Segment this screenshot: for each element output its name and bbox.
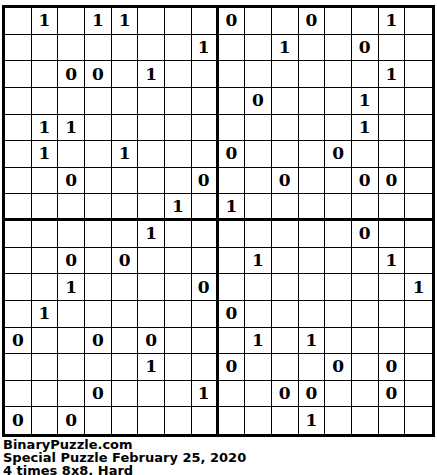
cell-r5c14: 1 [352, 115, 379, 142]
cell-r3c2[interactable] [32, 61, 59, 88]
cell-r13c10: 1 [245, 328, 272, 355]
cell-r15c8: 1 [192, 381, 219, 408]
cell-r4c14: 1 [352, 88, 379, 115]
cell-r14c10[interactable] [245, 354, 272, 381]
cell-r10c11[interactable] [272, 248, 299, 275]
cell-r16c8[interactable] [192, 407, 219, 434]
cell-r2c9[interactable] [219, 35, 246, 62]
cell-r6c7[interactable] [165, 141, 192, 168]
cell-r2c16[interactable] [405, 35, 432, 62]
cell-r10c2[interactable] [32, 248, 59, 275]
cell-r12c16[interactable] [405, 301, 432, 328]
cell-r16c7[interactable] [165, 407, 192, 434]
cell-r16c2[interactable] [32, 407, 59, 434]
cell-r15c10[interactable] [245, 381, 272, 408]
cell-r2c13[interactable] [325, 35, 352, 62]
cell-r15c14[interactable] [352, 381, 379, 408]
cell-r2c7[interactable] [165, 35, 192, 62]
cell-r2c1[interactable] [5, 35, 32, 62]
cell-r3c11[interactable] [272, 61, 299, 88]
cell-r16c5[interactable] [112, 407, 139, 434]
cell-r2c10[interactable] [245, 35, 272, 62]
cell-r14c13: 0 [325, 354, 352, 381]
cell-r4c9[interactable] [219, 88, 246, 115]
cell-r15c6[interactable] [138, 381, 165, 408]
cell-r12c3[interactable] [58, 301, 85, 328]
cell-r13c1: 0 [5, 328, 32, 355]
cell-r13c6: 0 [138, 328, 165, 355]
cell-r9c15[interactable] [379, 221, 406, 248]
cell-r3c13[interactable] [325, 61, 352, 88]
cell-r10c10: 1 [245, 248, 272, 275]
cell-r16c1: 0 [5, 407, 32, 434]
cell-r8c14[interactable] [352, 194, 379, 221]
cell-r1c4: 1 [85, 8, 112, 35]
cell-r9c16[interactable] [405, 221, 432, 248]
cell-r14c3[interactable] [58, 354, 85, 381]
cell-r7c6[interactable] [138, 168, 165, 195]
cell-r3c16[interactable] [405, 61, 432, 88]
cell-r5c5[interactable] [112, 115, 139, 142]
cell-r14c4[interactable] [85, 354, 112, 381]
cell-r7c10[interactable] [245, 168, 272, 195]
cell-r16c6[interactable] [138, 407, 165, 434]
cell-r5c11[interactable] [272, 115, 299, 142]
cell-r14c5[interactable] [112, 354, 139, 381]
cell-r8c9: 1 [219, 194, 246, 221]
cell-r12c12[interactable] [299, 301, 326, 328]
cell-r8c3[interactable] [58, 194, 85, 221]
cell-r12c8[interactable] [192, 301, 219, 328]
cell-r11c7[interactable] [165, 274, 192, 301]
cell-r16c12: 1 [299, 407, 326, 434]
cell-r12c2: 1 [32, 301, 59, 328]
cell-r6c12[interactable] [299, 141, 326, 168]
cell-r5c4[interactable] [85, 115, 112, 142]
cell-r9c2[interactable] [32, 221, 59, 248]
cell-r3c12[interactable] [299, 61, 326, 88]
cell-r7c1[interactable] [5, 168, 32, 195]
cell-r7c7[interactable] [165, 168, 192, 195]
cell-r15c11: 0 [272, 381, 299, 408]
cell-r13c14[interactable] [352, 328, 379, 355]
cell-r16c15[interactable] [379, 407, 406, 434]
cell-r11c4[interactable] [85, 274, 112, 301]
cell-r11c8: 0 [192, 274, 219, 301]
cell-r10c16[interactable] [405, 248, 432, 275]
cell-r8c8[interactable] [192, 194, 219, 221]
cell-r9c9[interactable] [219, 221, 246, 248]
cell-r16c14[interactable] [352, 407, 379, 434]
cell-r5c16[interactable] [405, 115, 432, 142]
cell-r1c8[interactable] [192, 8, 219, 35]
cell-r14c15: 0 [379, 354, 406, 381]
page: 1110011100011011111100000001110001110110… [0, 0, 437, 475]
cell-r6c8[interactable] [192, 141, 219, 168]
cell-r13c8[interactable] [192, 328, 219, 355]
cell-r13c16[interactable] [405, 328, 432, 355]
cell-r2c15[interactable] [379, 35, 406, 62]
cell-r7c3: 0 [58, 168, 85, 195]
cell-r12c14[interactable] [352, 301, 379, 328]
cell-r7c9[interactable] [219, 168, 246, 195]
cell-r13c3[interactable] [58, 328, 85, 355]
cell-r11c5[interactable] [112, 274, 139, 301]
cell-r16c4[interactable] [85, 407, 112, 434]
cell-r11c12[interactable] [299, 274, 326, 301]
cell-r8c13[interactable] [325, 194, 352, 221]
cell-r3c8[interactable] [192, 61, 219, 88]
cell-r4c12[interactable] [299, 88, 326, 115]
cell-r4c7[interactable] [165, 88, 192, 115]
cell-r5c6[interactable] [138, 115, 165, 142]
cell-r6c10[interactable] [245, 141, 272, 168]
cell-r5c7[interactable] [165, 115, 192, 142]
cell-r7c11: 0 [272, 168, 299, 195]
cell-r15c12: 0 [299, 381, 326, 408]
cell-r6c15[interactable] [379, 141, 406, 168]
cell-r13c9[interactable] [219, 328, 246, 355]
cell-r10c14[interactable] [352, 248, 379, 275]
cell-r14c14[interactable] [352, 354, 379, 381]
cell-r6c13: 0 [325, 141, 352, 168]
cell-r1c3[interactable] [58, 8, 85, 35]
cell-r11c16: 1 [405, 274, 432, 301]
cell-r16c11[interactable] [272, 407, 299, 434]
cell-r1c1[interactable] [5, 8, 32, 35]
cell-r8c1[interactable] [5, 194, 32, 221]
cell-r12c10[interactable] [245, 301, 272, 328]
cell-r1c14[interactable] [352, 8, 379, 35]
cell-r10c8[interactable] [192, 248, 219, 275]
cell-r10c3: 0 [58, 248, 85, 275]
cell-r10c9[interactable] [219, 248, 246, 275]
cell-r11c6[interactable] [138, 274, 165, 301]
cell-r4c13[interactable] [325, 88, 352, 115]
cell-r13c5[interactable] [112, 328, 139, 355]
cell-r13c4: 0 [85, 328, 112, 355]
cell-r5c1[interactable] [5, 115, 32, 142]
cell-r3c5[interactable] [112, 61, 139, 88]
cell-r12c7[interactable] [165, 301, 192, 328]
cell-r4c8[interactable] [192, 88, 219, 115]
cell-r1c15: 1 [379, 8, 406, 35]
cell-r6c16[interactable] [405, 141, 432, 168]
cell-r16c13[interactable] [325, 407, 352, 434]
cell-r7c16[interactable] [405, 168, 432, 195]
cell-r15c1[interactable] [5, 381, 32, 408]
cell-r14c7[interactable] [165, 354, 192, 381]
cell-r13c7[interactable] [165, 328, 192, 355]
cell-r14c12[interactable] [299, 354, 326, 381]
cell-r5c8[interactable] [192, 115, 219, 142]
cell-r3c15: 1 [379, 61, 406, 88]
cell-r13c12: 1 [299, 328, 326, 355]
cell-r10c6[interactable] [138, 248, 165, 275]
cell-r16c16[interactable] [405, 407, 432, 434]
cell-r10c12[interactable] [299, 248, 326, 275]
cell-r8c6[interactable] [138, 194, 165, 221]
cell-r3c3: 0 [58, 61, 85, 88]
cell-r7c2[interactable] [32, 168, 59, 195]
cell-r3c7[interactable] [165, 61, 192, 88]
cell-r8c11[interactable] [272, 194, 299, 221]
cell-r2c8: 1 [192, 35, 219, 62]
footer: BinaryPuzzle.com Special Puzzle February… [2, 438, 435, 475]
cell-r4c16[interactable] [405, 88, 432, 115]
cell-r16c3: 0 [58, 407, 85, 434]
cell-r9c10[interactable] [245, 221, 272, 248]
cell-r16c9[interactable] [219, 407, 246, 434]
cell-r13c2[interactable] [32, 328, 59, 355]
cell-r11c1[interactable] [5, 274, 32, 301]
cell-r11c15[interactable] [379, 274, 406, 301]
cell-r9c8[interactable] [192, 221, 219, 248]
cell-r1c5: 1 [112, 8, 139, 35]
cell-r4c15[interactable] [379, 88, 406, 115]
cell-r2c14: 0 [352, 35, 379, 62]
cell-r12c4[interactable] [85, 301, 112, 328]
cell-r8c4[interactable] [85, 194, 112, 221]
cell-r7c15: 0 [379, 168, 406, 195]
cell-r15c15: 0 [379, 381, 406, 408]
cell-r8c12[interactable] [299, 194, 326, 221]
cell-r15c3[interactable] [58, 381, 85, 408]
cell-r2c2[interactable] [32, 35, 59, 62]
cell-r5c10[interactable] [245, 115, 272, 142]
cell-r5c9[interactable] [219, 115, 246, 142]
puzzle-spec: 4 times 8x8, Hard [3, 464, 435, 475]
cell-r1c7[interactable] [165, 8, 192, 35]
cell-r9c7[interactable] [165, 221, 192, 248]
cell-r9c4[interactable] [85, 221, 112, 248]
cell-r12c6[interactable] [138, 301, 165, 328]
cell-r2c11: 1 [272, 35, 299, 62]
cell-r1c6[interactable] [138, 8, 165, 35]
cell-r2c4[interactable] [85, 35, 112, 62]
cell-r3c9[interactable] [219, 61, 246, 88]
cell-r8c15[interactable] [379, 194, 406, 221]
cell-r1c12: 0 [299, 8, 326, 35]
cell-r14c2[interactable] [32, 354, 59, 381]
cell-r5c12[interactable] [299, 115, 326, 142]
cell-r4c5[interactable] [112, 88, 139, 115]
cell-r5c3: 1 [58, 115, 85, 142]
cell-r14c9: 0 [219, 354, 246, 381]
cell-r8c5[interactable] [112, 194, 139, 221]
cell-r7c13[interactable] [325, 168, 352, 195]
cell-r10c5: 0 [112, 248, 139, 275]
cell-r10c1[interactable] [5, 248, 32, 275]
cell-r6c3[interactable] [58, 141, 85, 168]
cell-r11c2[interactable] [32, 274, 59, 301]
cell-r11c11[interactable] [272, 274, 299, 301]
cell-r9c14: 0 [352, 221, 379, 248]
cell-r2c12[interactable] [299, 35, 326, 62]
cell-r7c5[interactable] [112, 168, 139, 195]
cell-r3c4: 0 [85, 61, 112, 88]
cell-r15c9[interactable] [219, 381, 246, 408]
cell-r7c12[interactable] [299, 168, 326, 195]
cell-r13c13[interactable] [325, 328, 352, 355]
cell-r14c6: 1 [138, 354, 165, 381]
cell-r6c9: 0 [219, 141, 246, 168]
cell-r4c2[interactable] [32, 88, 59, 115]
cell-r4c3[interactable] [58, 88, 85, 115]
cell-r9c5[interactable] [112, 221, 139, 248]
cell-r14c11[interactable] [272, 354, 299, 381]
cell-r6c2: 1 [32, 141, 59, 168]
cell-r10c7[interactable] [165, 248, 192, 275]
cell-r13c15[interactable] [379, 328, 406, 355]
cell-r7c4[interactable] [85, 168, 112, 195]
cell-r5c13[interactable] [325, 115, 352, 142]
cell-r14c1[interactable] [5, 354, 32, 381]
cell-r6c14[interactable] [352, 141, 379, 168]
cell-r1c16[interactable] [405, 8, 432, 35]
cell-r4c11[interactable] [272, 88, 299, 115]
cell-r6c11[interactable] [272, 141, 299, 168]
cell-r4c10: 0 [245, 88, 272, 115]
cell-r9c3[interactable] [58, 221, 85, 248]
cell-r8c10[interactable] [245, 194, 272, 221]
cell-r6c1[interactable] [5, 141, 32, 168]
cell-r2c5[interactable] [112, 35, 139, 62]
cell-r10c4[interactable] [85, 248, 112, 275]
cell-r7c8: 0 [192, 168, 219, 195]
cell-r15c2[interactable] [32, 381, 59, 408]
cell-r12c11[interactable] [272, 301, 299, 328]
cell-r9c13[interactable] [325, 221, 352, 248]
cell-r10c13[interactable] [325, 248, 352, 275]
cell-r3c6: 1 [138, 61, 165, 88]
cell-r1c10[interactable] [245, 8, 272, 35]
cell-r14c8[interactable] [192, 354, 219, 381]
cell-r15c5[interactable] [112, 381, 139, 408]
cell-r11c14[interactable] [352, 274, 379, 301]
cell-r6c5: 1 [112, 141, 139, 168]
cell-r3c10[interactable] [245, 61, 272, 88]
cell-r12c5[interactable] [112, 301, 139, 328]
cell-r3c1[interactable] [5, 61, 32, 88]
cell-r2c3[interactable] [58, 35, 85, 62]
cell-r7c14: 0 [352, 168, 379, 195]
cell-r6c4[interactable] [85, 141, 112, 168]
cell-r4c4[interactable] [85, 88, 112, 115]
cell-r8c2[interactable] [32, 194, 59, 221]
cell-r9c11[interactable] [272, 221, 299, 248]
cell-r16c10[interactable] [245, 407, 272, 434]
cell-r2c6[interactable] [138, 35, 165, 62]
cell-r1c2: 1 [32, 8, 59, 35]
cell-r4c1[interactable] [5, 88, 32, 115]
cell-r9c12[interactable] [299, 221, 326, 248]
cell-r15c4: 0 [85, 381, 112, 408]
cell-r1c9: 0 [219, 8, 246, 35]
cell-r8c7: 1 [165, 194, 192, 221]
cell-r6c6[interactable] [138, 141, 165, 168]
cell-r1c13[interactable] [325, 8, 352, 35]
cell-r14c16[interactable] [405, 354, 432, 381]
cell-r13c11[interactable] [272, 328, 299, 355]
cell-r11c10[interactable] [245, 274, 272, 301]
cell-r15c13[interactable] [325, 381, 352, 408]
cell-r15c7[interactable] [165, 381, 192, 408]
cell-r12c1[interactable] [5, 301, 32, 328]
cell-r3c14[interactable] [352, 61, 379, 88]
cell-r5c2: 1 [32, 115, 59, 142]
binary-puzzle-board: 1110011100011011111100000001110001110110… [2, 5, 435, 437]
cell-r10c15: 1 [379, 248, 406, 275]
cell-r8c16[interactable] [405, 194, 432, 221]
cell-r9c1[interactable] [5, 221, 32, 248]
cell-r5c15[interactable] [379, 115, 406, 142]
cell-r12c9: 0 [219, 301, 246, 328]
cell-r12c13[interactable] [325, 301, 352, 328]
cell-r4c6[interactable] [138, 88, 165, 115]
cell-r11c13[interactable] [325, 274, 352, 301]
cell-r11c3: 1 [58, 274, 85, 301]
cell-r1c11[interactable] [272, 8, 299, 35]
cell-r12c15[interactable] [379, 301, 406, 328]
cell-r11c9[interactable] [219, 274, 246, 301]
cell-r15c16[interactable] [405, 381, 432, 408]
cell-r9c6: 1 [138, 221, 165, 248]
